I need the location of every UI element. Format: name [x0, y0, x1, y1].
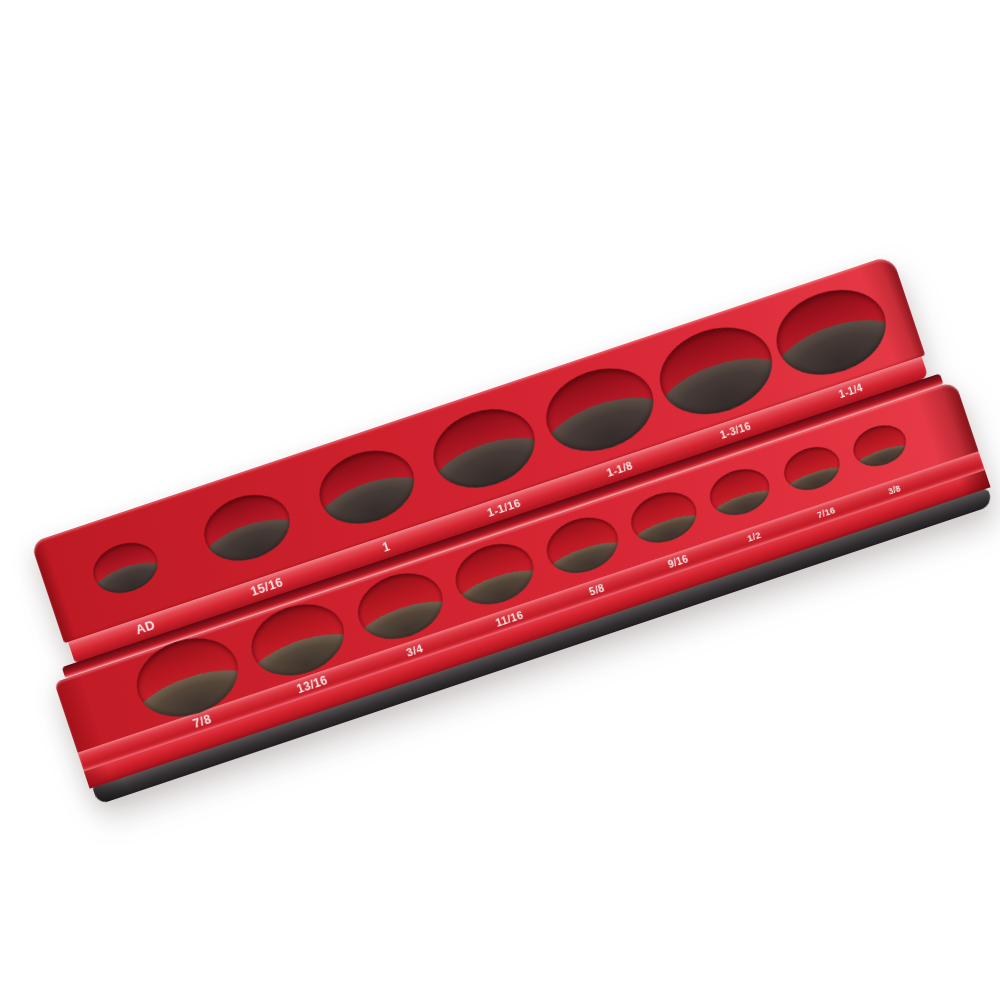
socket-organizer-tray: AD15/1611-1/161-1/81-3/161-1/47/813/163/…: [10, 248, 997, 805]
product-photo: AD15/1611-1/161-1/81-3/161-1/47/813/163/…: [0, 0, 1000, 1000]
